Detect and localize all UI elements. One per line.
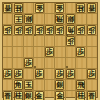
square-8-9[interactable]: 桂 (13, 91, 23, 100)
square-6-5[interactable] (34, 47, 44, 58)
hoshi-dot (66, 34, 68, 36)
square-8-6[interactable] (13, 58, 23, 69)
square-4-1[interactable]: 金 (55, 3, 65, 14)
square-4-4[interactable] (55, 36, 65, 47)
square-4-6[interactable] (55, 58, 65, 69)
square-4-5[interactable] (55, 47, 65, 58)
gote-piece-歩[interactable]: 歩 (76, 25, 85, 35)
square-3-7[interactable]: 歩 (66, 69, 76, 80)
square-1-7[interactable]: 歩 (87, 69, 97, 80)
square-6-1[interactable]: 金 (34, 3, 44, 14)
sente-piece-金[interactable]: 金 (35, 91, 44, 100)
square-7-8[interactable]: 玉 (24, 80, 34, 91)
square-5-6[interactable] (45, 58, 55, 69)
square-9-3[interactable]: 歩 (3, 25, 13, 36)
square-7-9[interactable]: 銀 (24, 91, 34, 100)
square-7-6[interactable]: 歩 (24, 58, 34, 69)
square-5-3[interactable]: 歩 (45, 25, 55, 36)
sente-piece-角[interactable]: 角 (14, 80, 23, 90)
square-3-9[interactable] (66, 91, 76, 100)
gote-piece-歩[interactable]: 歩 (87, 25, 96, 35)
square-7-2[interactable]: 銀 (24, 14, 34, 25)
square-8-2[interactable]: 王 (13, 14, 23, 25)
gote-piece-王[interactable]: 王 (14, 14, 23, 24)
shogi-app: 香桂金金桂香王銀飛銀歩歩歩歩歩歩角歩歩歩歩歩歩歩歩歩歩歩歩角玉銀飛香桂銀金金桂香 (0, 0, 100, 100)
square-4-8[interactable]: 銀 (55, 80, 65, 91)
gote-piece-桂[interactable]: 桂 (14, 3, 23, 13)
gote-piece-歩[interactable]: 歩 (66, 36, 75, 46)
sente-piece-歩[interactable]: 歩 (3, 69, 12, 79)
sente-piece-歩[interactable]: 歩 (66, 69, 75, 79)
square-5-7[interactable] (45, 69, 55, 80)
square-7-7[interactable] (24, 69, 34, 80)
sente-piece-歩[interactable]: 歩 (14, 69, 23, 79)
square-2-3[interactable]: 歩 (76, 25, 86, 36)
square-3-4[interactable]: 歩 (66, 36, 76, 47)
square-8-3[interactable]: 歩 (13, 25, 23, 36)
square-4-7[interactable]: 歩 (55, 69, 65, 80)
square-2-2[interactable] (76, 14, 86, 25)
square-6-4[interactable] (34, 36, 44, 47)
board-grid: 香桂金金桂香王銀飛銀歩歩歩歩歩歩角歩歩歩歩歩歩歩歩歩歩歩歩角玉銀飛香桂銀金金桂香 (2, 2, 98, 98)
square-2-1[interactable]: 桂 (76, 3, 86, 14)
square-2-7[interactable] (76, 69, 86, 80)
square-1-5[interactable] (87, 47, 97, 58)
square-9-1[interactable]: 香 (3, 3, 13, 14)
gote-piece-香[interactable]: 香 (87, 3, 96, 13)
gote-piece-歩[interactable]: 歩 (55, 25, 64, 35)
sente-piece-香[interactable]: 香 (3, 91, 12, 100)
square-8-8[interactable]: 角 (13, 80, 23, 91)
gote-piece-銀[interactable]: 銀 (66, 14, 75, 24)
square-2-4[interactable] (76, 36, 86, 47)
hoshi-dot (34, 66, 36, 68)
sente-piece-玉[interactable]: 玉 (24, 80, 33, 90)
gote-piece-歩[interactable]: 歩 (35, 25, 44, 35)
square-9-7[interactable]: 歩 (3, 69, 13, 80)
square-9-9[interactable]: 香 (3, 91, 13, 100)
gote-piece-歩[interactable]: 歩 (14, 25, 23, 35)
gote-piece-香[interactable]: 香 (3, 3, 12, 13)
sente-piece-飛[interactable]: 飛 (76, 80, 85, 90)
square-1-4[interactable] (87, 36, 97, 47)
gote-piece-桂[interactable]: 桂 (76, 3, 85, 13)
square-1-2[interactable] (87, 14, 97, 25)
square-1-1[interactable]: 香 (87, 3, 97, 14)
gote-piece-銀[interactable]: 銀 (24, 14, 33, 24)
gote-piece-歩[interactable]: 歩 (24, 25, 33, 35)
shogi-board: 香桂金金桂香王銀飛銀歩歩歩歩歩歩角歩歩歩歩歩歩歩歩歩歩歩歩角玉銀飛香桂銀金金桂香 (0, 0, 100, 100)
square-8-7[interactable]: 歩 (13, 69, 23, 80)
sente-piece-桂[interactable]: 桂 (14, 91, 23, 100)
square-1-9[interactable]: 香 (87, 91, 97, 100)
sente-piece-桂[interactable]: 桂 (76, 91, 85, 100)
square-6-2[interactable] (34, 14, 44, 25)
square-8-4[interactable] (13, 36, 23, 47)
square-4-9[interactable]: 金 (55, 91, 65, 100)
square-1-3[interactable]: 歩 (87, 25, 97, 36)
square-9-5[interactable] (3, 47, 13, 58)
square-5-2[interactable] (45, 14, 55, 25)
sente-piece-金[interactable]: 金 (55, 91, 64, 100)
sente-piece-歩[interactable]: 歩 (24, 58, 33, 68)
square-8-5[interactable] (13, 47, 23, 58)
square-8-1[interactable]: 桂 (13, 3, 23, 14)
sente-piece-歩[interactable]: 歩 (87, 69, 96, 79)
square-7-5[interactable] (24, 47, 34, 58)
square-7-1[interactable] (24, 3, 34, 14)
hoshi-dot (66, 66, 68, 68)
square-1-6[interactable] (87, 58, 97, 69)
sente-piece-銀[interactable]: 銀 (55, 80, 64, 90)
square-4-3[interactable]: 歩 (55, 25, 65, 36)
square-3-8[interactable] (66, 80, 76, 91)
square-9-8[interactable] (3, 80, 13, 91)
square-9-6[interactable] (3, 58, 13, 69)
sente-piece-歩[interactable]: 歩 (55, 69, 64, 79)
square-3-1[interactable] (66, 3, 76, 14)
square-5-5[interactable]: 歩 (45, 47, 55, 58)
gote-piece-歩[interactable]: 歩 (3, 25, 12, 35)
square-5-8[interactable] (45, 80, 55, 91)
square-5-4[interactable] (45, 36, 55, 47)
sente-piece-歩[interactable]: 歩 (35, 69, 44, 79)
square-6-8[interactable] (34, 80, 44, 91)
sente-piece-銀[interactable]: 銀 (24, 91, 33, 100)
square-2-9[interactable]: 桂 (76, 91, 86, 100)
gote-piece-金[interactable]: 金 (55, 3, 64, 13)
square-6-9[interactable]: 金 (34, 91, 44, 100)
square-3-2[interactable]: 銀 (66, 14, 76, 25)
square-2-5[interactable]: 歩 (76, 47, 86, 58)
square-7-3[interactable]: 歩 (24, 25, 34, 36)
square-9-4[interactable] (3, 36, 13, 47)
gote-piece-飛[interactable]: 飛 (55, 14, 64, 24)
square-2-6[interactable] (76, 58, 86, 69)
square-4-2[interactable]: 飛 (55, 14, 65, 25)
square-9-2[interactable] (3, 14, 13, 25)
gote-piece-歩[interactable]: 歩 (45, 25, 54, 35)
square-5-9[interactable] (45, 91, 55, 100)
square-5-1[interactable] (45, 3, 55, 14)
hoshi-dot (34, 34, 36, 36)
gote-piece-金[interactable]: 金 (35, 3, 44, 13)
sente-piece-歩[interactable]: 歩 (45, 47, 54, 57)
sente-piece-歩[interactable]: 歩 (76, 47, 85, 57)
square-6-7[interactable]: 歩 (34, 69, 44, 80)
square-1-8[interactable] (87, 80, 97, 91)
square-3-5[interactable] (66, 47, 76, 58)
sente-piece-香[interactable]: 香 (87, 91, 96, 100)
square-7-4[interactable] (24, 36, 34, 47)
square-2-8[interactable]: 飛 (76, 80, 86, 91)
